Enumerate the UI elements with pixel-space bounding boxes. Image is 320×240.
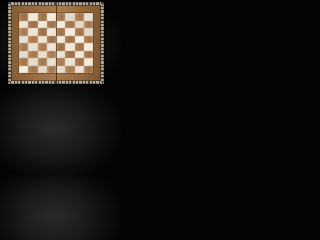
square-r4c1[interactable] [19,36,28,44]
square-r4c6[interactable] [65,36,74,44]
square-r7c2[interactable] [28,58,37,66]
board-grid [19,13,93,73]
square-r8c3[interactable] [38,66,47,74]
square-r3c3[interactable] [38,28,47,36]
square-r1c2[interactable] [28,13,37,21]
square-r6c8[interactable] [84,51,93,59]
square-r2c2[interactable] [28,21,37,29]
square-r7c6[interactable] [65,58,74,66]
square-r5c8[interactable] [84,43,93,51]
square-r6c6[interactable] [65,51,74,59]
square-r5c1[interactable] [19,43,28,51]
square-r2c7[interactable] [75,21,84,29]
square-r6c4[interactable] [47,51,56,59]
square-r1c4[interactable] [47,13,56,21]
square-r5c5[interactable] [56,43,65,51]
square-r2c1[interactable] [19,21,28,29]
square-r6c3[interactable] [38,51,47,59]
square-r1c5[interactable] [56,13,65,21]
square-r3c7[interactable] [75,28,84,36]
square-r2c3[interactable] [38,21,47,29]
square-r3c2[interactable] [28,28,37,36]
square-r6c7[interactable] [75,51,84,59]
square-r3c6[interactable] [65,28,74,36]
wood-border [11,5,101,81]
square-r7c3[interactable] [38,58,47,66]
square-r1c7[interactable] [75,13,84,21]
frame-inlay-bottom [8,81,104,84]
square-r6c2[interactable] [28,51,37,59]
scene-background: { "game": "chess", "scene_description": … [0,0,112,87]
square-r7c4[interactable] [47,58,56,66]
square-r4c3[interactable] [38,36,47,44]
square-r1c1[interactable] [19,13,28,21]
square-r7c5[interactable] [56,58,65,66]
square-r5c2[interactable] [28,43,37,51]
square-r5c6[interactable] [65,43,74,51]
square-r5c4[interactable] [47,43,56,51]
square-r2c5[interactable] [56,21,65,29]
square-r8c4[interactable] [47,66,56,74]
square-r8c5[interactable] [56,66,65,74]
square-r2c4[interactable] [47,21,56,29]
square-r1c6[interactable] [65,13,74,21]
square-r1c3[interactable] [38,13,47,21]
square-r4c4[interactable] [47,36,56,44]
square-r2c6[interactable] [65,21,74,29]
square-r4c7[interactable] [75,36,84,44]
square-r8c8[interactable] [84,66,93,74]
square-r1c8[interactable] [84,13,93,21]
square-r6c5[interactable] [56,51,65,59]
chess-board [8,2,104,84]
square-r8c2[interactable] [28,66,37,74]
square-r8c6[interactable] [65,66,74,74]
square-r7c7[interactable] [75,58,84,66]
square-r5c7[interactable] [75,43,84,51]
square-r4c2[interactable] [28,36,37,44]
square-r6c1[interactable] [19,51,28,59]
square-r3c8[interactable] [84,28,93,36]
square-r4c8[interactable] [84,36,93,44]
square-r3c1[interactable] [19,28,28,36]
square-r3c5[interactable] [56,28,65,36]
square-r3c4[interactable] [47,28,56,36]
square-r7c1[interactable] [19,58,28,66]
square-r8c1[interactable] [19,66,28,74]
square-r8c7[interactable] [75,66,84,74]
square-r4c5[interactable] [56,36,65,44]
square-r7c8[interactable] [84,58,93,66]
frame-inlay-right [101,2,104,84]
square-r5c3[interactable] [38,43,47,51]
square-r2c8[interactable] [84,21,93,29]
